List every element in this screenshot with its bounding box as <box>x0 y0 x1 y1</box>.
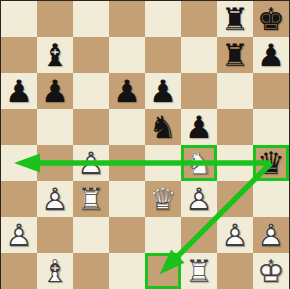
square-g8[interactable]: ♜ <box>217 1 253 37</box>
square-h2[interactable]: ♟♙ <box>253 217 289 253</box>
square-e3[interactable]: ♛♕ <box>145 181 181 217</box>
white-piece-p-g2[interactable]: ♟♙ <box>217 217 253 253</box>
white-piece-p-b3[interactable]: ♟♙ <box>37 181 73 217</box>
black-piece-b-b7[interactable]: ♝ <box>37 37 73 73</box>
square-b6[interactable]: ♟ <box>37 73 73 109</box>
square-a5[interactable] <box>1 109 37 145</box>
square-c2[interactable] <box>73 217 109 253</box>
black-piece-r-g8[interactable]: ♜ <box>217 1 253 37</box>
white-piece-r-c3[interactable]: ♜♖ <box>73 181 109 217</box>
square-e4[interactable] <box>145 145 181 181</box>
square-b7[interactable]: ♝ <box>37 37 73 73</box>
white-piece-p-a2[interactable]: ♟♙ <box>1 217 37 253</box>
square-d7[interactable] <box>109 37 145 73</box>
white-piece-p-h2[interactable]: ♟♙ <box>253 217 289 253</box>
square-a3[interactable] <box>1 181 37 217</box>
white-piece-r-f1[interactable]: ♜♖ <box>181 253 217 289</box>
square-b2[interactable] <box>37 217 73 253</box>
board-squares: ♜♚♝♜♟♟♟♟♟♞♟♟♙♞♘♛♟♙♜♖♛♕♟♙♟♙♟♙♟♙♝♗♜♖♚♔ <box>1 1 289 289</box>
black-piece-k-h8[interactable]: ♚ <box>253 1 289 37</box>
black-piece-p-h7[interactable]: ♟ <box>253 37 289 73</box>
black-piece-p-a6[interactable]: ♟ <box>1 73 37 109</box>
square-d6[interactable]: ♟ <box>109 73 145 109</box>
black-piece-r-g7[interactable]: ♜ <box>217 37 253 73</box>
black-piece-n-e5[interactable]: ♞ <box>145 109 181 145</box>
square-c4[interactable]: ♟♙ <box>73 145 109 181</box>
square-c5[interactable] <box>73 109 109 145</box>
square-h5[interactable] <box>253 109 289 145</box>
square-b8[interactable] <box>37 1 73 37</box>
square-e7[interactable] <box>145 37 181 73</box>
square-c3[interactable]: ♜♖ <box>73 181 109 217</box>
square-h3[interactable] <box>253 181 289 217</box>
square-d1[interactable] <box>109 253 145 289</box>
square-f1[interactable]: ♜♖ <box>181 253 217 289</box>
square-a2[interactable]: ♟♙ <box>1 217 37 253</box>
square-g1[interactable] <box>217 253 253 289</box>
square-a1[interactable] <box>1 253 37 289</box>
square-g2[interactable]: ♟♙ <box>217 217 253 253</box>
square-g4[interactable] <box>217 145 253 181</box>
black-piece-p-b6[interactable]: ♟ <box>37 73 73 109</box>
black-piece-p-f5[interactable]: ♟ <box>181 109 217 145</box>
square-e6[interactable]: ♟ <box>145 73 181 109</box>
square-g7[interactable]: ♜ <box>217 37 253 73</box>
square-b3[interactable]: ♟♙ <box>37 181 73 217</box>
white-piece-p-c4[interactable]: ♟♙ <box>73 145 109 181</box>
square-a7[interactable] <box>1 37 37 73</box>
square-e8[interactable] <box>145 1 181 37</box>
white-piece-b-b1[interactable]: ♝♗ <box>37 253 73 289</box>
white-piece-k-h1[interactable]: ♚♔ <box>253 253 289 289</box>
square-d3[interactable] <box>109 181 145 217</box>
black-piece-p-e6[interactable]: ♟ <box>145 73 181 109</box>
square-e1[interactable] <box>145 253 181 289</box>
square-d2[interactable] <box>109 217 145 253</box>
white-piece-p-f3[interactable]: ♟♙ <box>181 181 217 217</box>
square-g5[interactable] <box>217 109 253 145</box>
square-c8[interactable] <box>73 1 109 37</box>
square-f2[interactable] <box>181 217 217 253</box>
square-h1[interactable]: ♚♔ <box>253 253 289 289</box>
chessboard: ♜♚♝♜♟♟♟♟♟♞♟♟♙♞♘♛♟♙♜♖♛♕♟♙♟♙♟♙♟♙♝♗♜♖♚♔ <box>0 0 290 289</box>
square-b1[interactable]: ♝♗ <box>37 253 73 289</box>
black-piece-p-d6[interactable]: ♟ <box>109 73 145 109</box>
square-h8[interactable]: ♚ <box>253 1 289 37</box>
white-piece-n-f4[interactable]: ♞♘ <box>181 145 217 181</box>
square-d4[interactable] <box>109 145 145 181</box>
square-e2[interactable] <box>145 217 181 253</box>
square-d8[interactable] <box>109 1 145 37</box>
square-f5[interactable]: ♟ <box>181 109 217 145</box>
square-f4[interactable]: ♞♘ <box>181 145 217 181</box>
square-f3[interactable]: ♟♙ <box>181 181 217 217</box>
square-c1[interactable] <box>73 253 109 289</box>
square-g6[interactable] <box>217 73 253 109</box>
square-b5[interactable] <box>37 109 73 145</box>
square-e5[interactable]: ♞ <box>145 109 181 145</box>
square-c7[interactable] <box>73 37 109 73</box>
white-piece-q-e3[interactable]: ♛♕ <box>145 181 181 217</box>
square-h6[interactable] <box>253 73 289 109</box>
square-h7[interactable]: ♟ <box>253 37 289 73</box>
square-b4[interactable] <box>37 145 73 181</box>
square-h4[interactable]: ♛ <box>253 145 289 181</box>
square-c6[interactable] <box>73 73 109 109</box>
square-a8[interactable] <box>1 1 37 37</box>
square-f8[interactable] <box>181 1 217 37</box>
square-a6[interactable]: ♟ <box>1 73 37 109</box>
square-d5[interactable] <box>109 109 145 145</box>
square-g3[interactable] <box>217 181 253 217</box>
black-piece-q-h4[interactable]: ♛ <box>253 145 289 181</box>
square-f7[interactable] <box>181 37 217 73</box>
square-a4[interactable] <box>1 145 37 181</box>
square-f6[interactable] <box>181 73 217 109</box>
